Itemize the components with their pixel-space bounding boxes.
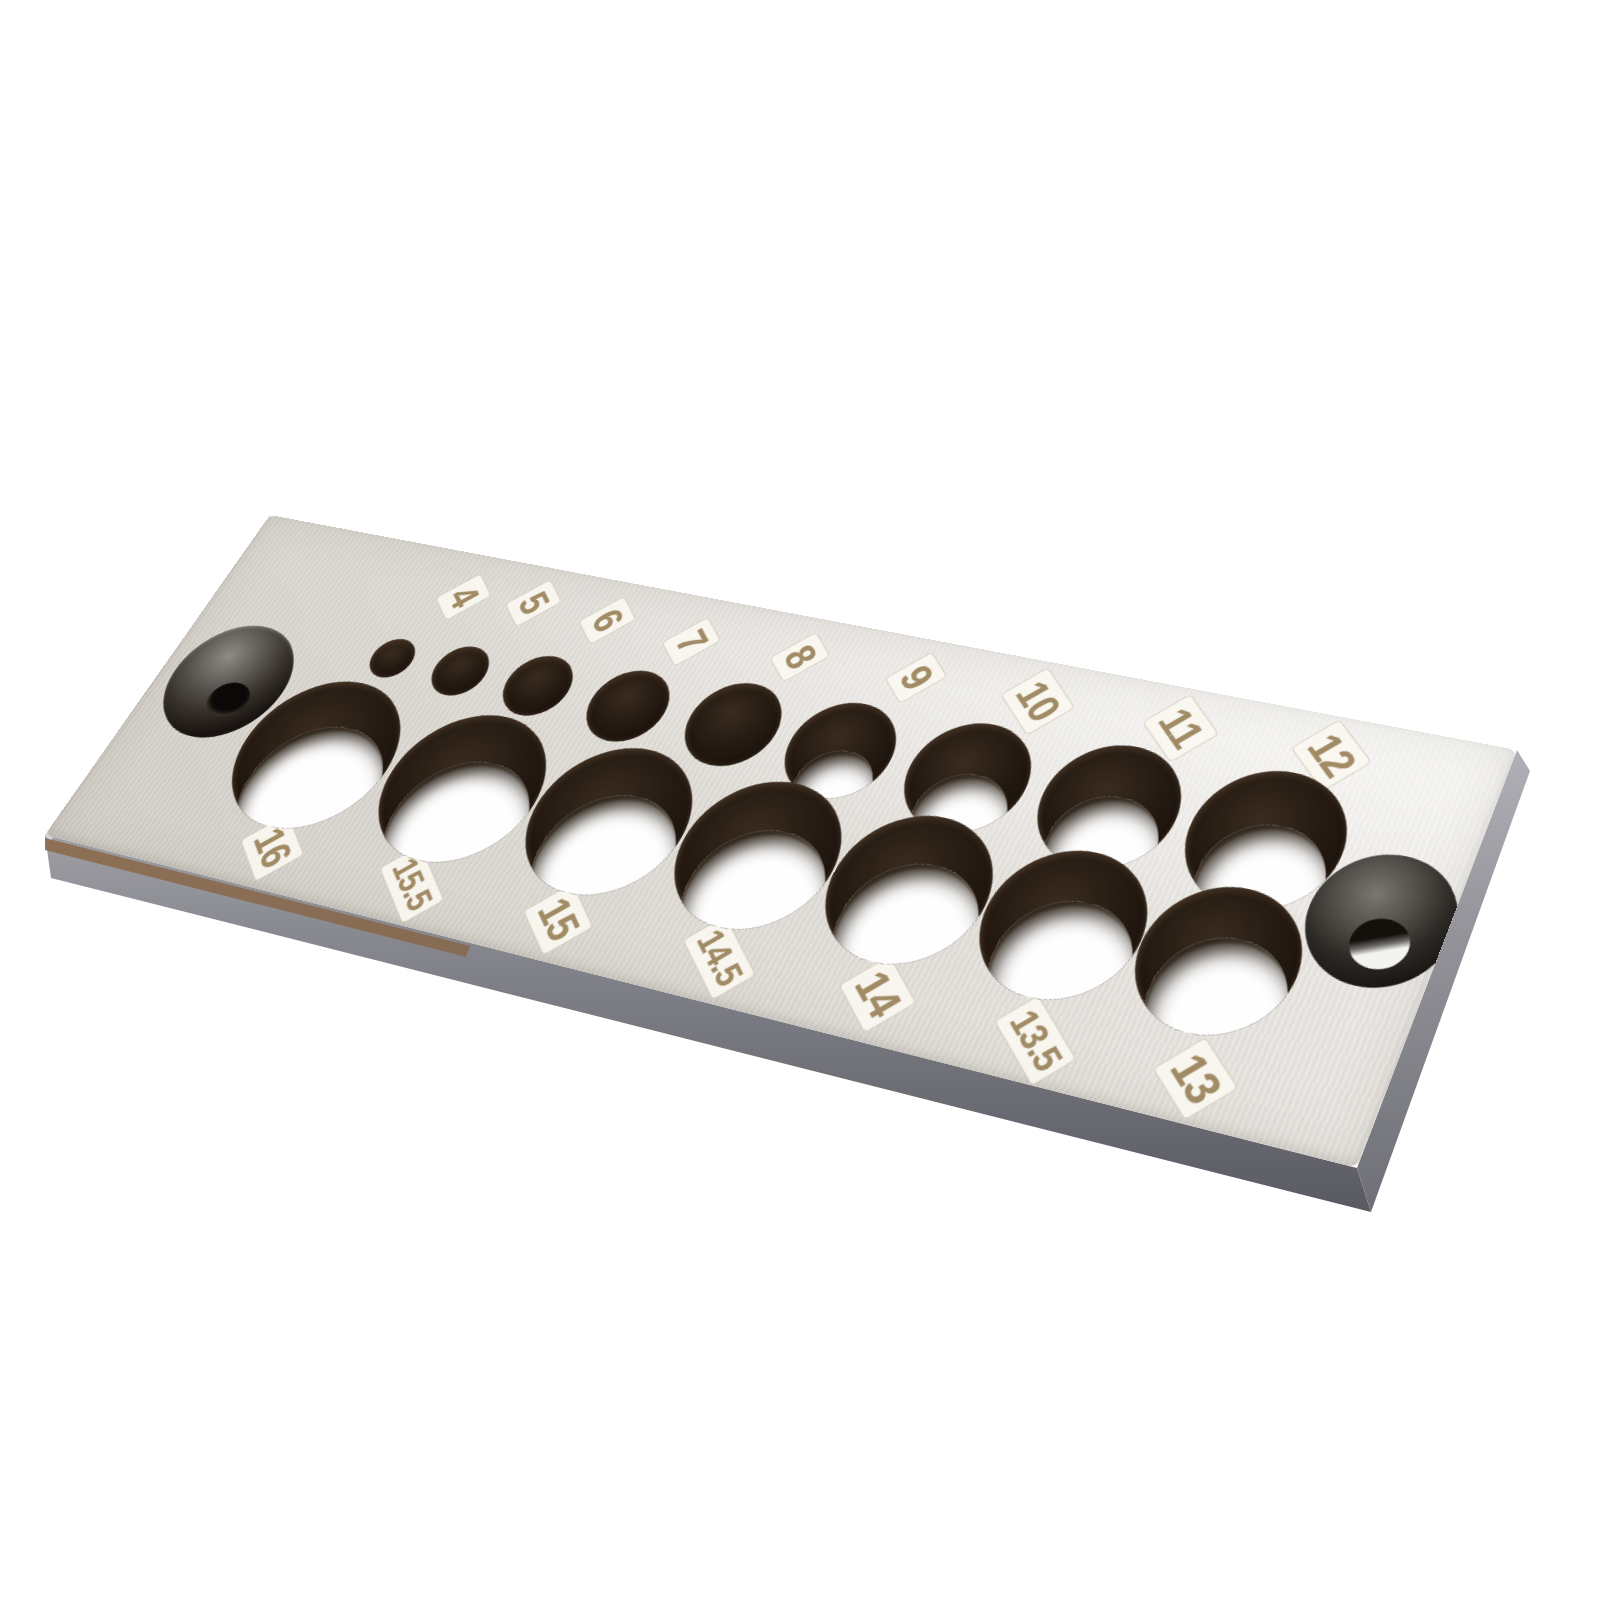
product-photo: 4567891011121615.51514.51413.513 bbox=[0, 0, 1600, 1600]
hole-size-label-8: 8 bbox=[769, 632, 830, 683]
hole-size-label-13: 13 bbox=[1152, 1037, 1238, 1121]
hole-size-label-7: 7 bbox=[661, 617, 721, 667]
hole-size-label-13.5: 13.5 bbox=[994, 995, 1077, 1087]
through-hole-background bbox=[808, 852, 1002, 981]
hole-6mm bbox=[490, 651, 586, 722]
hole-size-label-9: 9 bbox=[884, 652, 947, 704]
hole-size-label-4: 4 bbox=[435, 573, 491, 621]
countersink-through-hole bbox=[198, 679, 257, 720]
hole-size-label-10: 10 bbox=[1000, 667, 1075, 736]
draw-plate-face: 4567891011121615.51514.51413.513 bbox=[45, 515, 1517, 1168]
hole-7mm bbox=[571, 664, 684, 748]
hole-4mm bbox=[361, 636, 424, 682]
hole-size-label-6: 6 bbox=[578, 596, 637, 645]
hole-5mm bbox=[420, 642, 499, 700]
through-hole-background bbox=[655, 818, 851, 946]
hole-size-label-14: 14 bbox=[839, 955, 917, 1034]
countersink-through-hole bbox=[1341, 913, 1419, 975]
through-hole-background bbox=[1123, 925, 1309, 1051]
hole-size-label-5: 5 bbox=[505, 579, 562, 627]
through-hole-background bbox=[965, 888, 1155, 1016]
hole-8mm bbox=[668, 676, 799, 775]
